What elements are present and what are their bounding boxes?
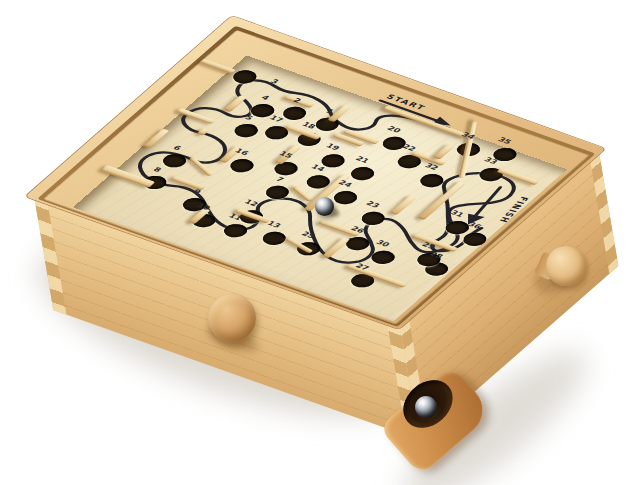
front-tilt-knob[interactable] [208, 294, 256, 342]
side-tilt-knob[interactable] [546, 246, 586, 286]
labyrinth-product-photo: START FINISH 123456789101112131415161718… [0, 0, 640, 485]
steel-ball-in-tray[interactable] [415, 396, 437, 418]
steel-ball-in-maze[interactable] [315, 197, 334, 216]
labyrinth-box: START FINISH 123456789101112131415161718… [0, 0, 640, 485]
